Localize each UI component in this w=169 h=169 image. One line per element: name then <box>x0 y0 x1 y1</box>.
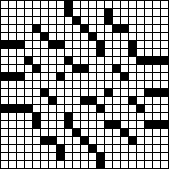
grid-cell[interactable] <box>33 97 40 104</box>
grid-cell[interactable] <box>137 145 144 152</box>
grid-cell[interactable] <box>17 113 24 120</box>
grid-cell[interactable] <box>113 33 120 40</box>
grid-cell[interactable] <box>105 65 112 72</box>
grid-cell[interactable] <box>49 161 56 168</box>
grid-cell[interactable] <box>97 81 104 88</box>
grid-cell[interactable] <box>17 65 24 72</box>
grid-cell[interactable] <box>121 41 128 48</box>
grid-cell[interactable] <box>89 9 96 16</box>
grid-cell[interactable] <box>1 1 8 8</box>
grid-cell[interactable] <box>137 9 144 16</box>
grid-cell[interactable] <box>113 97 120 104</box>
grid-cell[interactable] <box>73 153 80 160</box>
grid-cell[interactable] <box>81 41 88 48</box>
grid-cell[interactable] <box>41 153 48 160</box>
grid-cell[interactable] <box>97 73 104 80</box>
grid-cell[interactable] <box>25 161 32 168</box>
grid-cell[interactable] <box>89 121 96 128</box>
grid-cell[interactable] <box>153 17 160 24</box>
grid-cell[interactable] <box>105 41 112 48</box>
grid-cell[interactable] <box>129 73 136 80</box>
grid-cell[interactable] <box>1 25 8 32</box>
grid-cell[interactable] <box>113 17 120 24</box>
grid-cell[interactable] <box>113 41 120 48</box>
grid-cell[interactable] <box>97 97 104 104</box>
grid-cell[interactable] <box>9 89 16 96</box>
grid-cell[interactable] <box>65 81 72 88</box>
grid-cell[interactable] <box>57 81 64 88</box>
grid-cell[interactable] <box>89 17 96 24</box>
grid-cell[interactable] <box>65 153 72 160</box>
grid-cell[interactable] <box>105 161 112 168</box>
grid-cell[interactable] <box>105 25 112 32</box>
grid-cell[interactable] <box>1 89 8 96</box>
grid-cell[interactable] <box>145 161 152 168</box>
grid-cell[interactable] <box>161 17 168 24</box>
grid-cell[interactable] <box>17 129 24 136</box>
grid-cell[interactable] <box>121 33 128 40</box>
grid-cell[interactable] <box>25 65 32 72</box>
grid-cell[interactable] <box>73 145 80 152</box>
grid-cell[interactable] <box>137 1 144 8</box>
grid-cell[interactable] <box>1 153 8 160</box>
grid-cell[interactable] <box>129 1 136 8</box>
grid-cell[interactable] <box>89 41 96 48</box>
grid-cell[interactable] <box>57 137 64 144</box>
grid-cell[interactable] <box>49 33 56 40</box>
grid-cell[interactable] <box>129 121 136 128</box>
grid-cell[interactable] <box>1 113 8 120</box>
grid-cell[interactable] <box>97 113 104 120</box>
grid-cell[interactable] <box>97 89 104 96</box>
grid-cell[interactable] <box>49 73 56 80</box>
grid-cell[interactable] <box>17 121 24 128</box>
grid-cell[interactable] <box>121 1 128 8</box>
grid-cell[interactable] <box>81 161 88 168</box>
grid-cell[interactable] <box>113 105 120 112</box>
grid-cell[interactable] <box>25 121 32 128</box>
grid-cell[interactable] <box>33 1 40 8</box>
grid-cell[interactable] <box>81 1 88 8</box>
grid-cell[interactable] <box>121 81 128 88</box>
grid-cell[interactable] <box>145 25 152 32</box>
grid-cell[interactable] <box>9 81 16 88</box>
grid-cell[interactable] <box>49 113 56 120</box>
grid-cell[interactable] <box>153 153 160 160</box>
grid-cell[interactable] <box>73 81 80 88</box>
grid-cell[interactable] <box>105 1 112 8</box>
grid-cell[interactable] <box>97 137 104 144</box>
grid-cell[interactable] <box>65 41 72 48</box>
grid-cell[interactable] <box>89 137 96 144</box>
grid-cell[interactable] <box>25 113 32 120</box>
grid-cell[interactable] <box>113 9 120 16</box>
grid-cell[interactable] <box>161 153 168 160</box>
grid-cell[interactable] <box>81 57 88 64</box>
grid-cell[interactable] <box>73 73 80 80</box>
grid-cell[interactable] <box>145 137 152 144</box>
grid-cell[interactable] <box>33 81 40 88</box>
grid-cell[interactable] <box>41 121 48 128</box>
grid-cell[interactable] <box>57 49 64 56</box>
grid-cell[interactable] <box>137 17 144 24</box>
grid-cell[interactable] <box>49 1 56 8</box>
grid-cell[interactable] <box>57 161 64 168</box>
grid-cell[interactable] <box>113 153 120 160</box>
grid-cell[interactable] <box>121 113 128 120</box>
grid-cell[interactable] <box>41 41 48 48</box>
grid-cell[interactable] <box>49 145 56 152</box>
grid-cell[interactable] <box>145 1 152 8</box>
grid-cell[interactable] <box>1 65 8 72</box>
grid-cell[interactable] <box>121 145 128 152</box>
grid-cell[interactable] <box>17 49 24 56</box>
grid-cell[interactable] <box>1 97 8 104</box>
grid-cell[interactable] <box>65 137 72 144</box>
grid-cell[interactable] <box>121 17 128 24</box>
grid-cell[interactable] <box>65 73 72 80</box>
grid-cell[interactable] <box>81 81 88 88</box>
grid-cell[interactable] <box>33 57 40 64</box>
grid-cell[interactable] <box>25 17 32 24</box>
grid-cell[interactable] <box>1 9 8 16</box>
grid-cell[interactable] <box>121 97 128 104</box>
grid-cell[interactable] <box>161 105 168 112</box>
grid-cell[interactable] <box>65 97 72 104</box>
grid-cell[interactable] <box>57 33 64 40</box>
grid-cell[interactable] <box>105 81 112 88</box>
grid-cell[interactable] <box>89 153 96 160</box>
grid-cell[interactable] <box>25 73 32 80</box>
grid-cell[interactable] <box>145 113 152 120</box>
grid-cell[interactable] <box>9 113 16 120</box>
grid-cell[interactable] <box>129 129 136 136</box>
grid-cell[interactable] <box>17 153 24 160</box>
grid-cell[interactable] <box>89 129 96 136</box>
grid-cell[interactable] <box>105 153 112 160</box>
grid-cell[interactable] <box>41 81 48 88</box>
grid-cell[interactable] <box>105 137 112 144</box>
grid-cell[interactable] <box>25 145 32 152</box>
grid-cell[interactable] <box>17 97 24 104</box>
grid-cell[interactable] <box>41 17 48 24</box>
grid-cell[interactable] <box>9 17 16 24</box>
grid-cell[interactable] <box>73 105 80 112</box>
grid-cell[interactable] <box>97 25 104 32</box>
grid-cell[interactable] <box>1 57 8 64</box>
grid-cell[interactable] <box>97 33 104 40</box>
grid-cell[interactable] <box>129 57 136 64</box>
grid-cell[interactable] <box>73 25 80 32</box>
grid-cell[interactable] <box>161 41 168 48</box>
grid-cell[interactable] <box>73 1 80 8</box>
grid-cell[interactable] <box>49 129 56 136</box>
grid-cell[interactable] <box>41 129 48 136</box>
grid-cell[interactable] <box>41 65 48 72</box>
grid-cell[interactable] <box>97 1 104 8</box>
grid-cell[interactable] <box>89 65 96 72</box>
grid-cell[interactable] <box>121 161 128 168</box>
grid-cell[interactable] <box>65 25 72 32</box>
grid-cell[interactable] <box>33 17 40 24</box>
grid-cell[interactable] <box>145 97 152 104</box>
grid-cell[interactable] <box>81 145 88 152</box>
grid-cell[interactable] <box>137 161 144 168</box>
grid-cell[interactable] <box>105 57 112 64</box>
grid-cell[interactable] <box>33 41 40 48</box>
grid-cell[interactable] <box>49 153 56 160</box>
grid-cell[interactable] <box>41 145 48 152</box>
grid-cell[interactable] <box>41 113 48 120</box>
grid-cell[interactable] <box>33 129 40 136</box>
grid-cell[interactable] <box>49 57 56 64</box>
grid-cell[interactable] <box>1 49 8 56</box>
grid-cell[interactable] <box>137 49 144 56</box>
grid-cell[interactable] <box>25 97 32 104</box>
grid-cell[interactable] <box>89 1 96 8</box>
grid-cell[interactable] <box>113 113 120 120</box>
grid-cell[interactable] <box>121 49 128 56</box>
grid-cell[interactable] <box>1 17 8 24</box>
grid-cell[interactable] <box>17 25 24 32</box>
grid-cell[interactable] <box>153 161 160 168</box>
grid-cell[interactable] <box>17 57 24 64</box>
grid-cell[interactable] <box>121 105 128 112</box>
grid-cell[interactable] <box>153 1 160 8</box>
grid-cell[interactable] <box>73 41 80 48</box>
grid-cell[interactable] <box>49 105 56 112</box>
grid-cell[interactable] <box>65 129 72 136</box>
grid-cell[interactable] <box>73 9 80 16</box>
grid-cell[interactable] <box>41 105 48 112</box>
grid-cell[interactable] <box>49 81 56 88</box>
grid-cell[interactable] <box>1 121 8 128</box>
grid-cell[interactable] <box>153 81 160 88</box>
grid-cell[interactable] <box>89 81 96 88</box>
grid-cell[interactable] <box>81 89 88 96</box>
grid-cell[interactable] <box>105 105 112 112</box>
grid-cell[interactable] <box>137 25 144 32</box>
grid-cell[interactable] <box>153 41 160 48</box>
grid-cell[interactable] <box>137 41 144 48</box>
grid-cell[interactable] <box>9 129 16 136</box>
grid-cell[interactable] <box>25 1 32 8</box>
grid-cell[interactable] <box>17 9 24 16</box>
grid-cell[interactable] <box>89 57 96 64</box>
grid-cell[interactable] <box>41 49 48 56</box>
grid-cell[interactable] <box>89 89 96 96</box>
grid-cell[interactable] <box>33 89 40 96</box>
grid-cell[interactable] <box>105 97 112 104</box>
grid-cell[interactable] <box>145 33 152 40</box>
grid-cell[interactable] <box>65 65 72 72</box>
grid-cell[interactable] <box>105 129 112 136</box>
grid-cell[interactable] <box>129 81 136 88</box>
grid-cell[interactable] <box>33 105 40 112</box>
grid-cell[interactable] <box>153 65 160 72</box>
grid-cell[interactable] <box>89 73 96 80</box>
grid-cell[interactable] <box>121 137 128 144</box>
grid-cell[interactable] <box>41 9 48 16</box>
grid-cell[interactable] <box>41 73 48 80</box>
grid-cell[interactable] <box>25 33 32 40</box>
grid-cell[interactable] <box>41 97 48 104</box>
grid-cell[interactable] <box>161 73 168 80</box>
grid-cell[interactable] <box>113 129 120 136</box>
grid-cell[interactable] <box>57 105 64 112</box>
grid-cell[interactable] <box>81 113 88 120</box>
grid-cell[interactable] <box>9 121 16 128</box>
grid-cell[interactable] <box>57 129 64 136</box>
grid-cell[interactable] <box>97 65 104 72</box>
grid-cell[interactable] <box>121 9 128 16</box>
grid-cell[interactable] <box>145 153 152 160</box>
grid-cell[interactable] <box>137 129 144 136</box>
grid-cell[interactable] <box>145 17 152 24</box>
grid-cell[interactable] <box>121 57 128 64</box>
grid-cell[interactable] <box>105 145 112 152</box>
grid-cell[interactable] <box>145 73 152 80</box>
grid-cell[interactable] <box>25 153 32 160</box>
grid-cell[interactable] <box>81 9 88 16</box>
grid-cell[interactable] <box>161 49 168 56</box>
grid-cell[interactable] <box>25 25 32 32</box>
grid-cell[interactable] <box>145 129 152 136</box>
grid-cell[interactable] <box>97 121 104 128</box>
grid-cell[interactable] <box>25 81 32 88</box>
grid-cell[interactable] <box>65 89 72 96</box>
grid-cell[interactable] <box>33 33 40 40</box>
grid-cell[interactable] <box>137 137 144 144</box>
grid-cell[interactable] <box>121 153 128 160</box>
grid-cell[interactable] <box>137 73 144 80</box>
grid-cell[interactable] <box>49 25 56 32</box>
grid-cell[interactable] <box>129 25 136 32</box>
grid-cell[interactable] <box>9 161 16 168</box>
grid-cell[interactable] <box>105 113 112 120</box>
grid-cell[interactable] <box>161 97 168 104</box>
grid-cell[interactable] <box>57 97 64 104</box>
grid-cell[interactable] <box>113 81 120 88</box>
grid-cell[interactable] <box>113 1 120 8</box>
grid-cell[interactable] <box>49 17 56 24</box>
grid-cell[interactable] <box>161 33 168 40</box>
grid-cell[interactable] <box>73 89 80 96</box>
grid-cell[interactable] <box>17 145 24 152</box>
grid-cell[interactable] <box>65 17 72 24</box>
grid-cell[interactable] <box>49 49 56 56</box>
grid-cell[interactable] <box>89 49 96 56</box>
grid-cell[interactable] <box>137 65 144 72</box>
grid-cell[interactable] <box>57 121 64 128</box>
grid-cell[interactable] <box>81 49 88 56</box>
grid-cell[interactable] <box>25 49 32 56</box>
grid-cell[interactable] <box>65 33 72 40</box>
grid-cell[interactable] <box>121 121 128 128</box>
grid-cell[interactable] <box>57 9 64 16</box>
grid-cell[interactable] <box>161 81 168 88</box>
grid-cell[interactable] <box>41 57 48 64</box>
grid-cell[interactable] <box>153 145 160 152</box>
grid-cell[interactable] <box>129 89 136 96</box>
grid-cell[interactable] <box>17 33 24 40</box>
grid-cell[interactable] <box>57 1 64 8</box>
grid-cell[interactable] <box>121 89 128 96</box>
grid-cell[interactable] <box>81 33 88 40</box>
grid-cell[interactable] <box>161 137 168 144</box>
grid-cell[interactable] <box>81 17 88 24</box>
grid-cell[interactable] <box>113 145 120 152</box>
grid-cell[interactable] <box>89 25 96 32</box>
grid-cell[interactable] <box>113 57 120 64</box>
grid-cell[interactable] <box>137 153 144 160</box>
grid-cell[interactable] <box>153 105 160 112</box>
grid-cell[interactable] <box>89 113 96 120</box>
grid-cell[interactable] <box>145 65 152 72</box>
grid-cell[interactable] <box>137 89 144 96</box>
grid-cell[interactable] <box>9 9 16 16</box>
grid-cell[interactable] <box>129 105 136 112</box>
grid-cell[interactable] <box>65 105 72 112</box>
grid-cell[interactable] <box>129 145 136 152</box>
grid-cell[interactable] <box>17 1 24 8</box>
grid-cell[interactable] <box>57 57 64 64</box>
grid-cell[interactable] <box>153 25 160 32</box>
grid-cell[interactable] <box>33 145 40 152</box>
grid-cell[interactable] <box>33 9 40 16</box>
grid-cell[interactable] <box>41 1 48 8</box>
grid-cell[interactable] <box>9 153 16 160</box>
grid-cell[interactable] <box>81 73 88 80</box>
grid-cell[interactable] <box>81 121 88 128</box>
grid-cell[interactable] <box>129 161 136 168</box>
grid-cell[interactable] <box>33 73 40 80</box>
grid-cell[interactable] <box>161 9 168 16</box>
grid-cell[interactable] <box>33 137 40 144</box>
grid-cell[interactable] <box>9 97 16 104</box>
grid-cell[interactable] <box>25 41 32 48</box>
grid-cell[interactable] <box>129 65 136 72</box>
grid-cell[interactable] <box>33 153 40 160</box>
grid-cell[interactable] <box>161 161 168 168</box>
grid-cell[interactable] <box>17 89 24 96</box>
grid-cell[interactable] <box>25 9 32 16</box>
grid-cell[interactable] <box>137 33 144 40</box>
grid-cell[interactable] <box>9 145 16 152</box>
grid-cell[interactable] <box>129 153 136 160</box>
grid-cell[interactable] <box>1 129 8 136</box>
grid-cell[interactable] <box>121 65 128 72</box>
grid-cell[interactable] <box>65 145 72 152</box>
grid-cell[interactable] <box>97 129 104 136</box>
grid-cell[interactable] <box>49 121 56 128</box>
grid-cell[interactable] <box>129 17 136 24</box>
grid-cell[interactable] <box>9 49 16 56</box>
grid-cell[interactable] <box>89 161 96 168</box>
grid-cell[interactable] <box>105 33 112 40</box>
grid-cell[interactable] <box>73 161 80 168</box>
grid-cell[interactable] <box>129 33 136 40</box>
grid-cell[interactable] <box>145 49 152 56</box>
grid-cell[interactable] <box>153 9 160 16</box>
grid-cell[interactable] <box>105 49 112 56</box>
grid-cell[interactable] <box>57 25 64 32</box>
grid-cell[interactable] <box>81 105 88 112</box>
grid-cell[interactable] <box>73 121 80 128</box>
grid-cell[interactable] <box>145 81 152 88</box>
grid-cell[interactable] <box>49 89 56 96</box>
grid-cell[interactable] <box>153 137 160 144</box>
